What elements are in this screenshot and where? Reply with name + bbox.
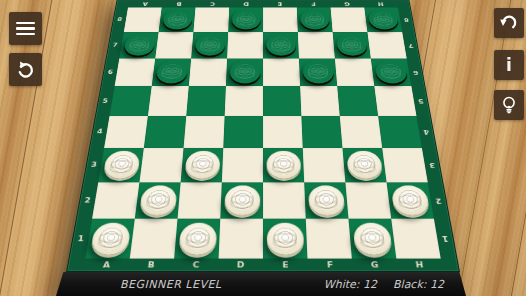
square-g7[interactable]: ⛂ [333, 32, 371, 58]
white-piece-c1[interactable]: ⛀ [178, 222, 217, 254]
lightbulb-icon [499, 95, 519, 115]
square-b6[interactable]: ⛂ [152, 58, 191, 86]
square-e8[interactable] [263, 7, 298, 32]
square-g8[interactable] [331, 7, 368, 32]
square-b1[interactable] [130, 219, 178, 259]
black-piece-f8[interactable]: ⛂ [299, 10, 329, 30]
square-h4[interactable] [378, 116, 422, 148]
info-icon: i [506, 55, 512, 75]
restart-icon [16, 60, 36, 80]
square-h7[interactable] [367, 32, 406, 58]
square-f1[interactable] [306, 219, 352, 259]
piece-glyph: ⛂ [166, 11, 189, 28]
undo-button[interactable] [494, 8, 524, 38]
game-scene: ABCDEFGH ABCDEFGH 87654321 87654321 ⛂⛂⛂⛂… [0, 0, 526, 296]
piece-glyph: ⛂ [306, 62, 330, 82]
coordinate-label: H [396, 259, 443, 272]
black-piece-c7[interactable]: ⛂ [194, 34, 225, 55]
square-h3[interactable] [382, 148, 428, 182]
square-f8[interactable]: ⛂ [297, 7, 333, 32]
square-b5[interactable] [148, 86, 189, 116]
square-g6[interactable] [335, 58, 374, 86]
square-f2[interactable]: ⛀ [304, 182, 348, 219]
square-b2[interactable]: ⛀ [135, 182, 181, 219]
square-b8[interactable]: ⛂ [159, 7, 196, 32]
white-piece-d2[interactable]: ⛀ [224, 185, 260, 215]
coordinate-label: H [363, 0, 398, 7]
piece-glyph: ⛀ [271, 153, 296, 177]
checkers-board[interactable]: ABCDEFGH ABCDEFGH 87654321 87654321 ⛂⛂⛂⛂… [66, 0, 460, 272]
file-labels-top: ABCDEFGH [128, 0, 398, 7]
square-c1[interactable]: ⛀ [174, 219, 220, 259]
piece-glyph: ⛂ [303, 11, 325, 28]
piece-glyph: ⛀ [357, 224, 387, 252]
square-c3[interactable]: ⛀ [181, 148, 224, 182]
piece-glyph: ⛂ [235, 11, 256, 28]
black-piece-b6[interactable]: ⛂ [155, 61, 188, 84]
piece-glyph: ⛀ [229, 187, 255, 213]
square-a4[interactable] [104, 116, 148, 148]
black-piece-h6[interactable]: ⛂ [374, 61, 408, 84]
hint-button[interactable] [494, 90, 524, 120]
square-g2[interactable] [345, 182, 391, 219]
piece-glyph: ⛂ [198, 36, 221, 54]
square-h6[interactable]: ⛂ [371, 58, 412, 86]
square-h2[interactable]: ⛀ [387, 182, 434, 219]
piece-glyph: ⛀ [183, 224, 212, 252]
level-label: BEGINNER LEVEL [120, 278, 222, 291]
menu-button[interactable] [9, 12, 42, 45]
square-h5[interactable] [374, 86, 416, 116]
white-piece-a3[interactable]: ⛀ [102, 151, 140, 179]
square-d6[interactable]: ⛂ [226, 58, 263, 86]
square-a3[interactable]: ⛀ [98, 148, 144, 182]
black-piece-d8[interactable]: ⛂ [231, 10, 260, 30]
restart-button[interactable] [9, 53, 42, 86]
coordinate-label: A [128, 0, 163, 7]
white-piece-c3[interactable]: ⛀ [184, 151, 220, 179]
coordinate-label: C [173, 259, 218, 272]
square-b4[interactable] [144, 116, 186, 148]
coordinate-label: E [263, 259, 308, 272]
square-c2[interactable] [178, 182, 222, 219]
square-e7[interactable]: ⛂ [263, 32, 299, 58]
piece-glyph: ⛀ [271, 224, 298, 252]
coordinate-label: E [263, 0, 297, 7]
piece-glyph: ⛂ [159, 62, 184, 82]
coordinate-label: G [330, 0, 364, 7]
board-front-face: BEGINNER LEVEL White: 12 Black: 12 [56, 272, 466, 296]
white-piece-h2[interactable]: ⛀ [390, 185, 430, 215]
black-piece-a7[interactable]: ⛂ [123, 34, 156, 55]
piece-glyph: ⛂ [233, 62, 256, 82]
black-count: Black: 12 [393, 278, 444, 291]
piece-glyph: ⛂ [378, 62, 403, 82]
square-d3[interactable] [222, 148, 263, 182]
square-c6[interactable] [189, 58, 227, 86]
piece-glyph: ⛂ [270, 36, 292, 54]
square-b3[interactable] [139, 148, 183, 182]
info-button[interactable]: i [494, 50, 524, 80]
square-c5[interactable] [186, 86, 226, 116]
black-piece-f6[interactable]: ⛂ [302, 61, 334, 84]
white-piece-e1[interactable]: ⛀ [266, 222, 303, 254]
black-piece-g7[interactable]: ⛂ [336, 34, 368, 55]
square-g5[interactable] [337, 86, 378, 116]
black-piece-h8[interactable]: ⛂ [367, 10, 399, 30]
square-d8[interactable]: ⛂ [228, 7, 263, 32]
square-c8[interactable] [193, 7, 229, 32]
black-piece-e7[interactable]: ⛂ [266, 34, 296, 55]
piece-glyph: ⛀ [351, 153, 378, 177]
square-e2[interactable] [263, 182, 306, 219]
square-f5[interactable] [300, 86, 340, 116]
square-d7[interactable] [227, 32, 263, 58]
square-e5[interactable] [263, 86, 301, 116]
undo-icon [499, 13, 519, 33]
square-b7[interactable] [155, 32, 193, 58]
square-g3[interactable]: ⛀ [342, 148, 386, 182]
square-e3[interactable]: ⛀ [263, 148, 304, 182]
checkers-board-assembly: ABCDEFGH ABCDEFGH 87654321 87654321 ⛂⛂⛂⛂… [0, 0, 526, 296]
coordinate-label: B [162, 0, 196, 7]
square-d2[interactable]: ⛀ [220, 182, 263, 219]
square-a6[interactable] [115, 58, 156, 86]
square-a5[interactable] [110, 86, 152, 116]
square-d4[interactable] [223, 116, 263, 148]
board-grid[interactable]: ⛂⛂⛂⛂⛂⛂⛂⛂⛂⛂⛂⛂⛀⛀⛀⛀⛀⛀⛀⛀⛀⛀⛀⛀ [85, 7, 440, 258]
piece-glyph: ⛀ [395, 187, 425, 213]
file-labels-bottom: ABCDEFGH [83, 259, 443, 272]
square-d5[interactable] [225, 86, 263, 116]
square-e1[interactable]: ⛀ [263, 219, 307, 259]
square-e6[interactable] [263, 58, 300, 86]
square-f3[interactable] [303, 148, 346, 182]
square-c4[interactable] [184, 116, 225, 148]
piece-glyph: ⛀ [312, 187, 339, 213]
white-piece-f2[interactable]: ⛀ [308, 185, 345, 215]
piece-glyph: ⛀ [144, 187, 173, 213]
square-g4[interactable] [340, 116, 382, 148]
piece-glyph: ⛀ [95, 224, 126, 252]
piece-glyph: ⛀ [107, 153, 135, 177]
square-c7[interactable]: ⛂ [191, 32, 228, 58]
coordinate-label: F [307, 259, 352, 272]
white-piece-g1[interactable]: ⛀ [352, 222, 392, 254]
coordinate-label: D [229, 0, 263, 7]
square-h1[interactable] [391, 219, 440, 259]
square-h8[interactable]: ⛂ [364, 7, 402, 32]
white-piece-a1[interactable]: ⛀ [89, 222, 131, 254]
square-a7[interactable]: ⛂ [119, 32, 158, 58]
square-a1[interactable]: ⛀ [85, 219, 134, 259]
white-piece-e3[interactable]: ⛀ [266, 151, 301, 179]
black-piece-b8[interactable]: ⛂ [162, 10, 193, 30]
white-piece-g3[interactable]: ⛀ [346, 151, 383, 179]
piece-glyph: ⛂ [127, 36, 151, 54]
square-a2[interactable] [92, 182, 139, 219]
black-piece-d6[interactable]: ⛂ [229, 61, 260, 84]
coordinate-label: D [218, 259, 263, 272]
coordinate-label: G [352, 259, 398, 272]
piece-glyph: ⛀ [189, 153, 215, 177]
square-e4[interactable] [263, 116, 303, 148]
square-f6[interactable]: ⛂ [299, 58, 337, 86]
square-d1[interactable] [219, 219, 263, 259]
coordinate-label: A [83, 259, 130, 272]
coordinate-label: C [195, 0, 229, 7]
hamburger-icon [16, 22, 35, 36]
piece-glyph: ⛂ [371, 11, 395, 28]
square-f4[interactable] [301, 116, 342, 148]
coordinate-label: F [296, 0, 330, 7]
square-f7[interactable] [298, 32, 335, 58]
square-g1[interactable]: ⛀ [348, 219, 396, 259]
square-a8[interactable] [124, 7, 162, 32]
white-piece-b2[interactable]: ⛀ [139, 185, 178, 215]
white-count: White: 12 [324, 278, 377, 291]
coordinate-label: B [128, 259, 174, 272]
piece-glyph: ⛂ [340, 36, 364, 54]
